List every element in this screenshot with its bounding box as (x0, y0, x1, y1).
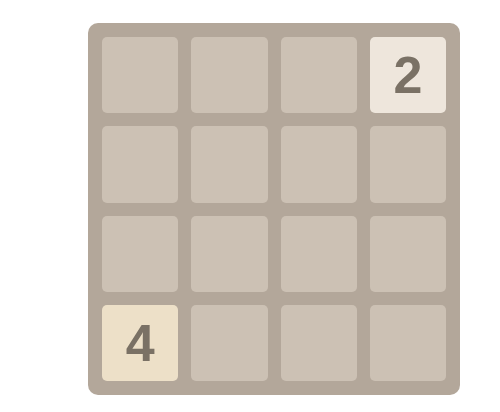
cell-r1c0 (102, 126, 178, 202)
cell-r2c0 (102, 216, 178, 292)
cell-r0c0 (102, 37, 178, 113)
cell-r0c2 (281, 37, 357, 113)
cell-r2c3 (370, 216, 446, 292)
cell-r3c1 (191, 305, 267, 381)
tile-2-r0c3: 2 (370, 37, 446, 113)
cell-r0c1 (191, 37, 267, 113)
game-board-2048[interactable]: 2 4 (88, 23, 460, 395)
cell-r2c1 (191, 216, 267, 292)
page-background: 2 4 (0, 0, 500, 412)
tile-4-r3c0: 4 (102, 305, 178, 381)
cell-r2c2 (281, 216, 357, 292)
cell-r3c3 (370, 305, 446, 381)
cell-r3c2 (281, 305, 357, 381)
cell-r1c3 (370, 126, 446, 202)
cell-r1c1 (191, 126, 267, 202)
cell-r1c2 (281, 126, 357, 202)
